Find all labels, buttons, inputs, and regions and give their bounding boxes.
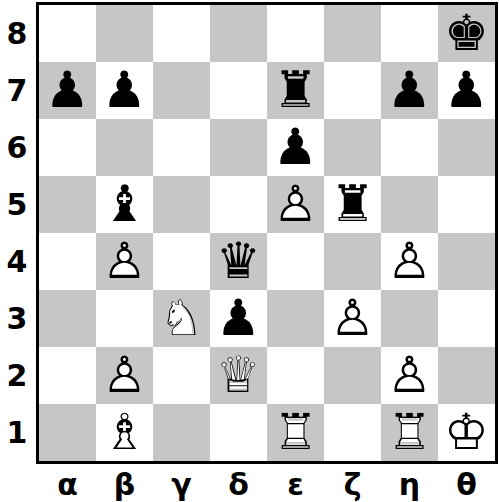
- square-ζ6[interactable]: [324, 119, 381, 176]
- square-ε3[interactable]: [267, 290, 324, 347]
- piece-glyph: ♙: [381, 233, 438, 290]
- square-ε7[interactable]: ♜: [267, 62, 324, 119]
- piece-glyph: ♟: [438, 62, 495, 119]
- rank-label-7: 7: [0, 62, 34, 119]
- square-θ1[interactable]: ♚♔: [438, 404, 495, 461]
- piece-wr: ♜♖: [381, 404, 438, 461]
- piece-glyph: ♘: [153, 290, 210, 347]
- file-label-beta: β: [96, 466, 153, 502]
- piece-wq: ♛♕: [210, 347, 267, 404]
- rank-label-5: 5: [0, 176, 34, 233]
- piece-wp: ♟♙: [381, 233, 438, 290]
- file-label-epsilon: ε: [267, 466, 324, 502]
- square-η2[interactable]: ♟♙: [381, 347, 438, 404]
- piece-wp: ♟♙: [96, 233, 153, 290]
- piece-wp: ♟♙: [267, 176, 324, 233]
- piece-glyph: ♕: [210, 347, 267, 404]
- piece-glyph: ♖: [381, 404, 438, 461]
- piece-glyph: ♟: [96, 62, 153, 119]
- square-β3[interactable]: [96, 290, 153, 347]
- square-θ2[interactable]: [438, 347, 495, 404]
- square-α5[interactable]: [39, 176, 96, 233]
- piece-wp: ♟♙: [96, 347, 153, 404]
- piece-bk: ♚: [438, 5, 495, 62]
- square-β7[interactable]: ♟: [96, 62, 153, 119]
- file-label-theta: θ: [438, 466, 495, 502]
- piece-glyph: ♙: [96, 233, 153, 290]
- rank-label-1: 1: [0, 404, 34, 461]
- square-β1[interactable]: ♝♗: [96, 404, 153, 461]
- square-η3[interactable]: [381, 290, 438, 347]
- square-γ6[interactable]: [153, 119, 210, 176]
- piece-bb: ♝: [96, 176, 153, 233]
- piece-br: ♜: [267, 62, 324, 119]
- square-ζ7[interactable]: [324, 62, 381, 119]
- chess-board: ♚♟♟♜♟♟♟♝♟♙♜♟♙♛♟♙♞♘♟♟♙♟♙♛♕♟♙♝♗♜♖♜♖♚♔: [36, 2, 498, 464]
- square-δ2[interactable]: ♛♕: [210, 347, 267, 404]
- square-γ3[interactable]: ♞♘: [153, 290, 210, 347]
- piece-wr: ♜♖: [267, 404, 324, 461]
- piece-wp: ♟♙: [324, 290, 381, 347]
- square-η4[interactable]: ♟♙: [381, 233, 438, 290]
- square-β6[interactable]: [96, 119, 153, 176]
- square-θ4[interactable]: [438, 233, 495, 290]
- square-ε1[interactable]: ♜♖: [267, 404, 324, 461]
- piece-glyph: ♙: [381, 347, 438, 404]
- piece-wp: ♟♙: [381, 347, 438, 404]
- square-β8[interactable]: [96, 5, 153, 62]
- piece-wk: ♚♔: [438, 404, 495, 461]
- square-ζ1[interactable]: [324, 404, 381, 461]
- piece-glyph: ♝: [96, 176, 153, 233]
- rank-label-8: 8: [0, 5, 34, 62]
- square-η5[interactable]: [381, 176, 438, 233]
- piece-glyph: ♖: [267, 404, 324, 461]
- piece-bp: ♟: [96, 62, 153, 119]
- square-θ5[interactable]: [438, 176, 495, 233]
- square-γ8[interactable]: [153, 5, 210, 62]
- piece-bp: ♟: [267, 119, 324, 176]
- square-η7[interactable]: ♟: [381, 62, 438, 119]
- square-α2[interactable]: [39, 347, 96, 404]
- square-α1[interactable]: [39, 404, 96, 461]
- rank-label-6: 6: [0, 119, 34, 176]
- piece-glyph: ♙: [267, 176, 324, 233]
- piece-bp: ♟: [39, 62, 96, 119]
- square-ε8[interactable]: [267, 5, 324, 62]
- square-ε2[interactable]: [267, 347, 324, 404]
- square-γ1[interactable]: [153, 404, 210, 461]
- piece-glyph: ♟: [39, 62, 96, 119]
- piece-wn: ♞♘: [153, 290, 210, 347]
- piece-glyph: ♚: [438, 5, 495, 62]
- piece-br: ♜: [324, 176, 381, 233]
- square-δ8[interactable]: [210, 5, 267, 62]
- file-label-zeta: ζ: [324, 466, 381, 502]
- square-α8[interactable]: [39, 5, 96, 62]
- square-β2[interactable]: ♟♙: [96, 347, 153, 404]
- rank-label-4: 4: [0, 233, 34, 290]
- piece-glyph: ♔: [438, 404, 495, 461]
- square-θ8[interactable]: ♚: [438, 5, 495, 62]
- piece-glyph: ♟: [381, 62, 438, 119]
- piece-bp: ♟: [381, 62, 438, 119]
- square-α3[interactable]: [39, 290, 96, 347]
- square-β5[interactable]: ♝: [96, 176, 153, 233]
- square-ε5[interactable]: ♟♙: [267, 176, 324, 233]
- square-α4[interactable]: [39, 233, 96, 290]
- square-α7[interactable]: ♟: [39, 62, 96, 119]
- piece-wb: ♝♗: [96, 404, 153, 461]
- piece-bq: ♛: [210, 233, 267, 290]
- piece-glyph: ♛: [210, 233, 267, 290]
- square-θ6[interactable]: [438, 119, 495, 176]
- rank-labels: 8 7 6 5 4 3 2 1: [0, 5, 34, 461]
- square-δ4[interactable]: ♛: [210, 233, 267, 290]
- piece-glyph: ♟: [210, 290, 267, 347]
- piece-glyph: ♜: [324, 176, 381, 233]
- square-δ1[interactable]: [210, 404, 267, 461]
- square-δ6[interactable]: [210, 119, 267, 176]
- square-ζ2[interactable]: [324, 347, 381, 404]
- square-ε6[interactable]: ♟: [267, 119, 324, 176]
- file-label-delta: δ: [210, 466, 267, 502]
- file-label-eta: η: [381, 466, 438, 502]
- file-label-alpha: α: [39, 466, 96, 502]
- piece-bp: ♟: [438, 62, 495, 119]
- piece-glyph: ♟: [267, 119, 324, 176]
- square-θ3[interactable]: [438, 290, 495, 347]
- piece-glyph: ♙: [324, 290, 381, 347]
- square-η6[interactable]: [381, 119, 438, 176]
- piece-glyph: ♜: [267, 62, 324, 119]
- square-β4[interactable]: ♟♙: [96, 233, 153, 290]
- rank-label-3: 3: [0, 290, 34, 347]
- piece-bp: ♟: [210, 290, 267, 347]
- square-δ5[interactable]: [210, 176, 267, 233]
- square-α6[interactable]: [39, 119, 96, 176]
- square-ζ5[interactable]: ♜: [324, 176, 381, 233]
- piece-glyph: ♗: [96, 404, 153, 461]
- square-η8[interactable]: [381, 5, 438, 62]
- square-ζ3[interactable]: ♟♙: [324, 290, 381, 347]
- square-γ7[interactable]: [153, 62, 210, 119]
- piece-glyph: ♙: [96, 347, 153, 404]
- file-labels: α β γ δ ε ζ η θ: [39, 466, 495, 502]
- square-γ2[interactable]: [153, 347, 210, 404]
- square-ζ8[interactable]: [324, 5, 381, 62]
- square-η1[interactable]: ♜♖: [381, 404, 438, 461]
- square-θ7[interactable]: ♟: [438, 62, 495, 119]
- file-label-gamma: γ: [153, 466, 210, 502]
- rank-label-2: 2: [0, 347, 34, 404]
- square-ζ4[interactable]: [324, 233, 381, 290]
- square-ε4[interactable]: [267, 233, 324, 290]
- square-γ5[interactable]: [153, 176, 210, 233]
- square-δ3[interactable]: ♟: [210, 290, 267, 347]
- square-δ7[interactable]: [210, 62, 267, 119]
- square-γ4[interactable]: [153, 233, 210, 290]
- chess-diagram: 8 7 6 5 4 3 2 1 ♚♟♟♜♟♟♟♝♟♙♜♟♙♛♟♙♞♘♟♟♙♟♙♛…: [0, 0, 499, 502]
